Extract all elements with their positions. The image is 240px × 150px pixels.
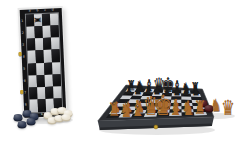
pieces-layer: ♜♞♝♛♚♝♞♜♟♟♟♟♟♟♟♟♟♟♟♟♟♟♟♟♜♞♝♛♚♝♞♜ [0,0,240,150]
piece-white-rook: ♜ [194,98,206,117]
piece-white-knight: ♞ [181,98,194,118]
piece-white-rook: ♜ [107,101,119,120]
chess-set-product-photo: ♜♞♝♛♚♝♞♜♟♟♟♟♟♟♟♟♟♟♟♟♟♟♟♟♜♞♝♛♚♝♞♜ abcd 12… [0,0,240,150]
